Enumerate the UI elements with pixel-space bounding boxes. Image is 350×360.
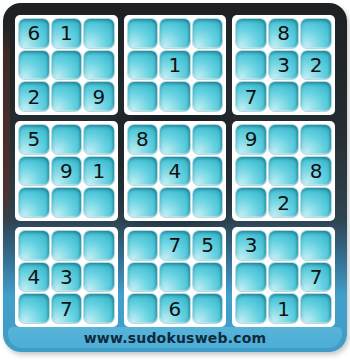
cell-r4c5[interactable] [160, 125, 190, 154]
cell-r5c2[interactable]: 9 [52, 157, 82, 186]
cell-r2c2[interactable] [52, 51, 82, 80]
cell-r4c4[interactable]: 8 [128, 125, 158, 154]
cell-r4c7[interactable]: 9 [236, 125, 266, 154]
cell-r2c9[interactable]: 2 [301, 51, 331, 80]
cell-r4c6[interactable] [193, 125, 223, 154]
cell-r9c1[interactable] [19, 294, 49, 323]
cell-r3c1[interactable]: 2 [19, 82, 49, 111]
cell-r5c9[interactable]: 8 [301, 157, 331, 186]
cell-r1c4[interactable] [128, 19, 158, 48]
cell-r8c7[interactable] [236, 263, 266, 292]
cell-r3c6[interactable] [193, 82, 223, 111]
board-frame: 61291832759184982437756371 www.sudokuswe… [3, 3, 347, 352]
cell-r7c6[interactable]: 5 [193, 231, 223, 260]
cell-r8c3[interactable] [84, 263, 114, 292]
cell-r5c8[interactable] [269, 157, 299, 186]
cell-r2c8[interactable]: 3 [269, 51, 299, 80]
cell-r1c6[interactable] [193, 19, 223, 48]
footer-band: www.sudokusweb.com [8, 327, 342, 348]
cell-r3c9[interactable] [301, 82, 331, 111]
cell-r2c1[interactable] [19, 51, 49, 80]
cell-r8c2[interactable]: 3 [52, 263, 82, 292]
cell-r8c4[interactable] [128, 263, 158, 292]
cell-r6c9[interactable] [301, 188, 331, 217]
cell-r6c8[interactable]: 2 [269, 188, 299, 217]
box-1-2: 1 [124, 15, 227, 115]
cell-r4c3[interactable] [84, 125, 114, 154]
cell-r7c2[interactable] [52, 231, 82, 260]
cell-r3c2[interactable] [52, 82, 82, 111]
box-2-3: 982 [232, 121, 335, 221]
cell-r5c3[interactable]: 1 [84, 157, 114, 186]
cell-r6c2[interactable] [52, 188, 82, 217]
cell-r6c5[interactable] [160, 188, 190, 217]
cell-r9c3[interactable] [84, 294, 114, 323]
cell-r4c9[interactable] [301, 125, 331, 154]
cell-r2c5[interactable]: 1 [160, 51, 190, 80]
cell-r1c7[interactable] [236, 19, 266, 48]
cell-r4c1[interactable]: 5 [19, 125, 49, 154]
box-3-2: 756 [124, 227, 227, 327]
box-3-1: 437 [15, 227, 118, 327]
cell-r5c4[interactable] [128, 157, 158, 186]
cell-r8c9[interactable]: 7 [301, 263, 331, 292]
cell-r6c1[interactable] [19, 188, 49, 217]
cell-r5c7[interactable] [236, 157, 266, 186]
box-2-2: 84 [124, 121, 227, 221]
sudoku-board: 61291832759184982437756371 [15, 15, 335, 327]
cell-r2c3[interactable] [84, 51, 114, 80]
footer-url[interactable]: www.sudokusweb.com [84, 330, 267, 346]
cell-r1c1[interactable]: 6 [19, 19, 49, 48]
cell-r8c1[interactable]: 4 [19, 263, 49, 292]
cell-r6c3[interactable] [84, 188, 114, 217]
cell-r5c5[interactable]: 4 [160, 157, 190, 186]
cell-r7c4[interactable] [128, 231, 158, 260]
box-1-3: 8327 [232, 15, 335, 115]
cell-r1c5[interactable] [160, 19, 190, 48]
cell-r6c6[interactable] [193, 188, 223, 217]
cell-r8c6[interactable] [193, 263, 223, 292]
cell-r9c2[interactable]: 7 [52, 294, 82, 323]
cell-r1c8[interactable]: 8 [269, 19, 299, 48]
cell-r9c6[interactable] [193, 294, 223, 323]
cell-r6c7[interactable] [236, 188, 266, 217]
cell-r4c8[interactable] [269, 125, 299, 154]
cell-r1c2[interactable]: 1 [52, 19, 82, 48]
cell-r7c5[interactable]: 7 [160, 231, 190, 260]
cell-r2c6[interactable] [193, 51, 223, 80]
cell-r9c5[interactable]: 6 [160, 294, 190, 323]
cell-r9c9[interactable] [301, 294, 331, 323]
cell-r1c9[interactable] [301, 19, 331, 48]
cell-r5c6[interactable] [193, 157, 223, 186]
cell-r6c4[interactable] [128, 188, 158, 217]
cell-r9c4[interactable] [128, 294, 158, 323]
frame-left-shade [3, 25, 10, 227]
cell-r2c7[interactable] [236, 51, 266, 80]
cell-r7c3[interactable] [84, 231, 114, 260]
cell-r7c1[interactable] [19, 231, 49, 260]
cell-r8c8[interactable] [269, 263, 299, 292]
cell-r5c1[interactable] [19, 157, 49, 186]
cell-r3c4[interactable] [128, 82, 158, 111]
cell-r2c4[interactable] [128, 51, 158, 80]
cell-r3c3[interactable]: 9 [84, 82, 114, 111]
cell-r1c3[interactable] [84, 19, 114, 48]
cell-r3c7[interactable]: 7 [236, 82, 266, 111]
cell-r7c7[interactable]: 3 [236, 231, 266, 260]
cell-r8c5[interactable] [160, 263, 190, 292]
cell-r7c8[interactable] [269, 231, 299, 260]
cell-r4c2[interactable] [52, 125, 82, 154]
box-1-1: 6129 [15, 15, 118, 115]
sudoku-widget: 61291832759184982437756371 www.sudokuswe… [0, 0, 350, 360]
box-3-3: 371 [232, 227, 335, 327]
box-2-1: 591 [15, 121, 118, 221]
cell-r3c5[interactable] [160, 82, 190, 111]
cell-r9c7[interactable] [236, 294, 266, 323]
cell-r9c8[interactable]: 1 [269, 294, 299, 323]
cell-r7c9[interactable] [301, 231, 331, 260]
cell-r3c8[interactable] [269, 82, 299, 111]
